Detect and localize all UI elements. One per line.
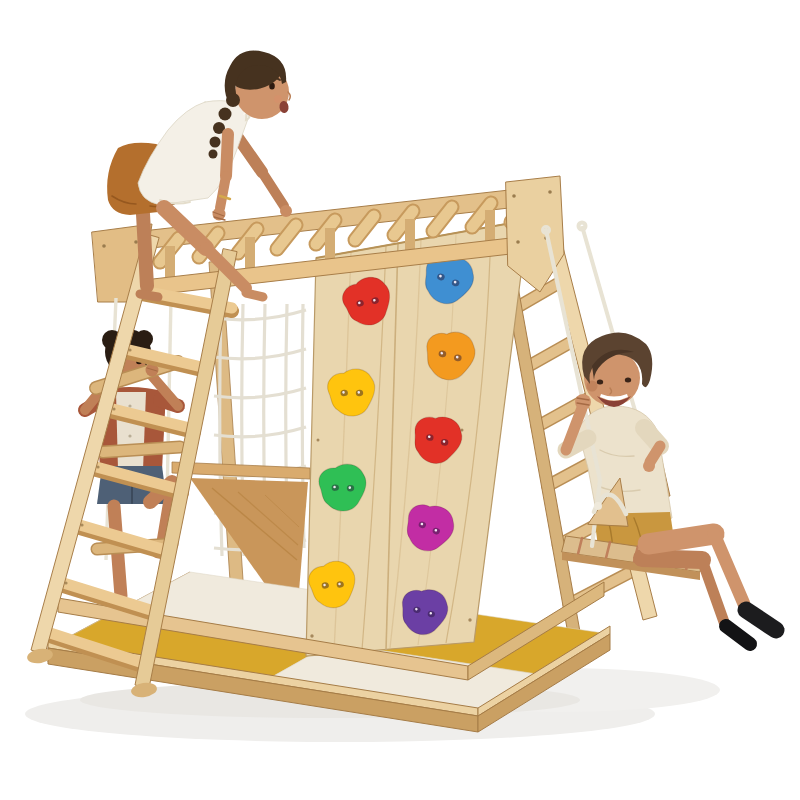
- playground-illustration: [0, 0, 800, 800]
- playground-product-photo: [0, 0, 800, 800]
- swing-boy-legs: [642, 534, 776, 644]
- climbing-wall: [306, 220, 528, 656]
- child-on-swing: [543, 227, 777, 645]
